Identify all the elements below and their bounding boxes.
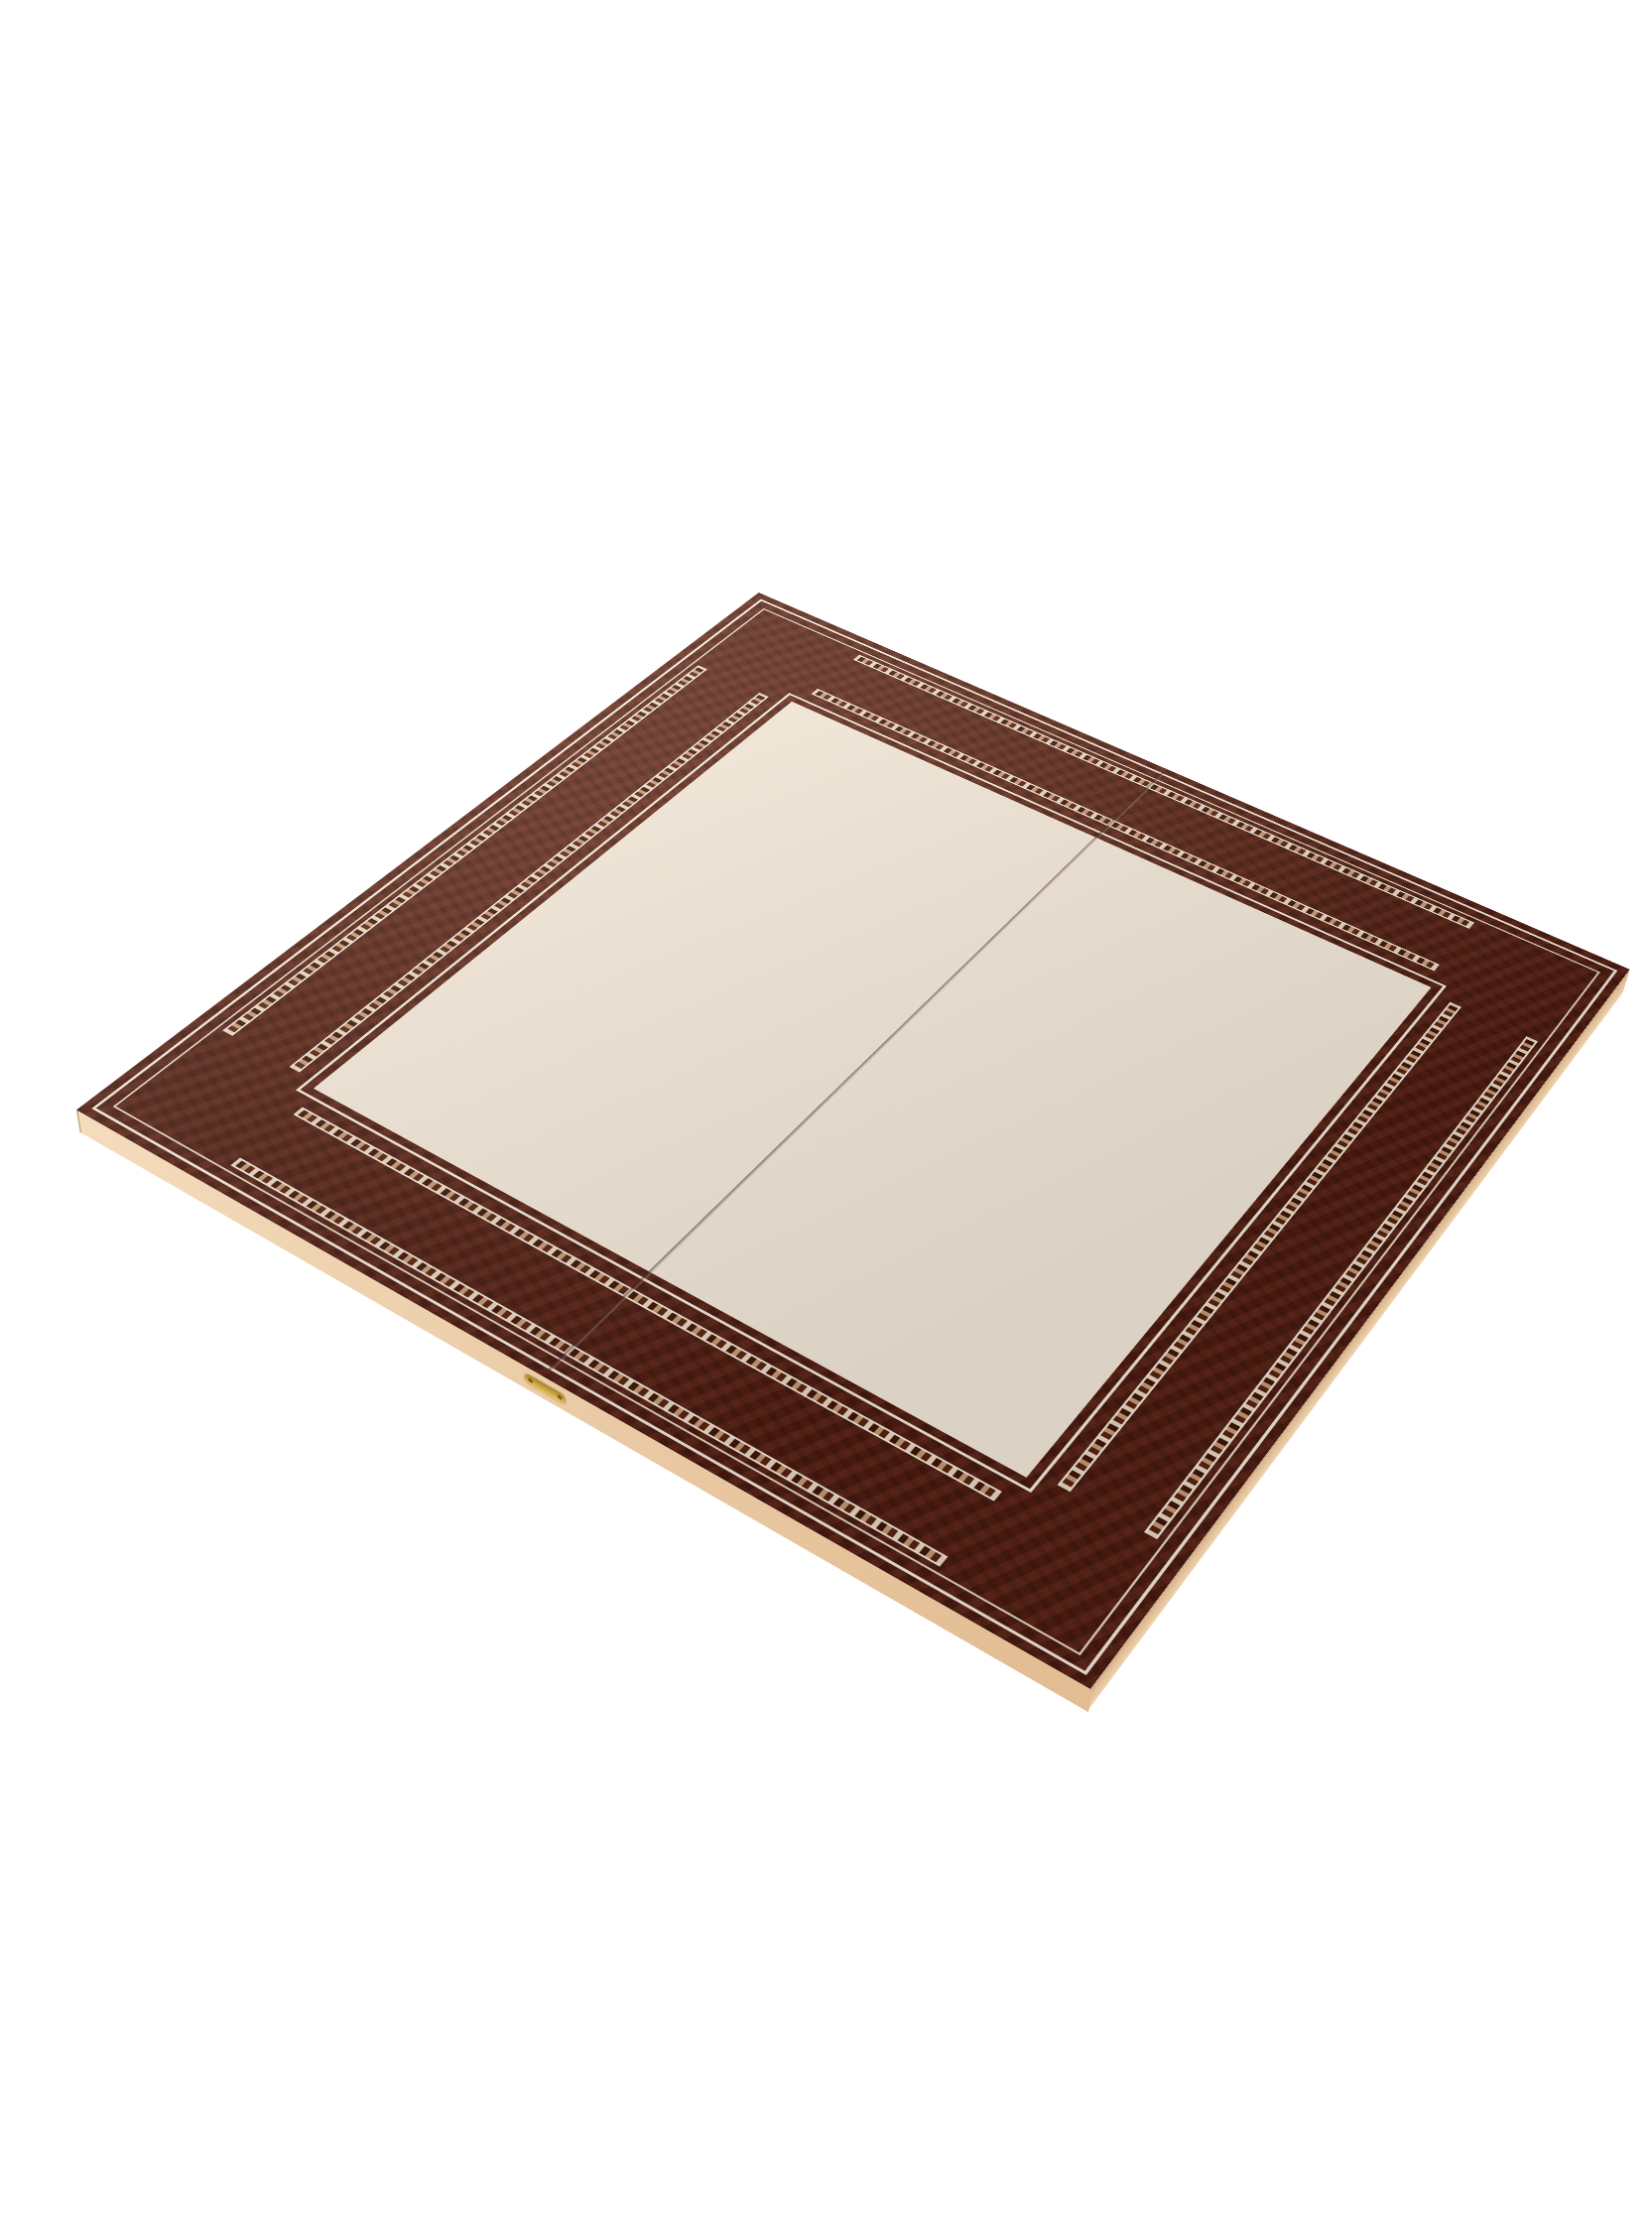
photo-scene <box>0 0 1652 2221</box>
board-lean-wrapper <box>286 429 1500 1643</box>
inlay-border-near-left <box>217 1100 1019 1576</box>
inlay-border-near-right <box>1047 993 1544 1552</box>
chess-board <box>76 592 1630 1689</box>
board-perspective-wrapper <box>286 429 1500 1643</box>
board-top-surface <box>76 592 1630 1689</box>
